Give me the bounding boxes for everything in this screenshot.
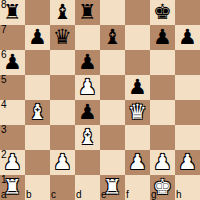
square-f2[interactable]: ♟: [125, 150, 150, 175]
chess-board: ♜8♝♜♚7♟♛♝♟♟♟6♟5♟♟4♝♟♛3♝♟2♟♟♟♟♜1abcd♜ef♚g…: [0, 0, 200, 200]
square-d2[interactable]: [75, 150, 100, 175]
square-h3[interactable]: [175, 125, 200, 150]
square-f5[interactable]: ♟: [125, 75, 150, 100]
square-e7[interactable]: ♝: [100, 25, 125, 50]
square-c1[interactable]: c: [50, 175, 75, 200]
square-c2[interactable]: ♟: [50, 150, 75, 175]
square-g4[interactable]: [150, 100, 175, 125]
black-pawn-piece: ♟: [75, 100, 100, 125]
white-pawn-piece: ♟: [175, 150, 200, 175]
square-f6[interactable]: [125, 50, 150, 75]
white-bishop-piece: ♝: [25, 100, 50, 125]
rank-label-5: 5: [1, 75, 7, 85]
rank-label-2: 2: [1, 150, 7, 160]
white-pawn-piece: ♟: [125, 150, 150, 175]
black-rook-piece: ♜: [75, 0, 100, 25]
square-h6[interactable]: [175, 50, 200, 75]
black-bishop-piece: ♝: [100, 25, 125, 50]
black-pawn-piece: ♟: [150, 25, 175, 50]
square-b5[interactable]: [25, 75, 50, 100]
square-h1[interactable]: h: [175, 175, 200, 200]
square-g6[interactable]: [150, 50, 175, 75]
square-a5[interactable]: 5: [0, 75, 25, 100]
black-queen-piece: ♛: [50, 25, 75, 50]
square-h2[interactable]: ♟: [175, 150, 200, 175]
white-king-piece: ♚: [150, 175, 175, 200]
square-d5[interactable]: ♟: [75, 75, 100, 100]
square-f1[interactable]: f: [125, 175, 150, 200]
square-a6[interactable]: ♟6: [0, 50, 25, 75]
white-pawn-piece: ♟: [0, 150, 25, 175]
square-e3[interactable]: [100, 125, 125, 150]
square-f8[interactable]: [125, 0, 150, 25]
black-pawn-piece: ♟: [75, 50, 100, 75]
square-d8[interactable]: ♜: [75, 0, 100, 25]
square-d6[interactable]: ♟: [75, 50, 100, 75]
square-a4[interactable]: 4: [0, 100, 25, 125]
square-a2[interactable]: ♟2: [0, 150, 25, 175]
file-label-a: a: [1, 190, 7, 200]
black-king-piece: ♚: [150, 0, 175, 25]
square-c6[interactable]: [50, 50, 75, 75]
file-label-b: b: [26, 190, 32, 200]
square-b3[interactable]: [25, 125, 50, 150]
square-g5[interactable]: [150, 75, 175, 100]
file-label-f: f: [126, 190, 129, 200]
rank-label-7: 7: [1, 25, 7, 35]
square-g1[interactable]: ♚g: [150, 175, 175, 200]
square-a3[interactable]: 3: [0, 125, 25, 150]
square-d1[interactable]: d: [75, 175, 100, 200]
black-bishop-piece: ♝: [50, 0, 75, 25]
square-c3[interactable]: [50, 125, 75, 150]
square-c8[interactable]: ♝: [50, 0, 75, 25]
square-c7[interactable]: ♛: [50, 25, 75, 50]
rank-label-8: 8: [1, 0, 7, 10]
square-d3[interactable]: ♝: [75, 125, 100, 150]
square-b8[interactable]: [25, 0, 50, 25]
square-f3[interactable]: [125, 125, 150, 150]
square-b4[interactable]: ♝: [25, 100, 50, 125]
white-rook-piece: ♜: [100, 175, 125, 200]
file-label-e: e: [101, 190, 107, 200]
square-b6[interactable]: [25, 50, 50, 75]
square-a7[interactable]: 7: [0, 25, 25, 50]
square-e4[interactable]: [100, 100, 125, 125]
square-b2[interactable]: [25, 150, 50, 175]
white-bishop-piece: ♝: [75, 125, 100, 150]
square-g7[interactable]: ♟: [150, 25, 175, 50]
square-h5[interactable]: [175, 75, 200, 100]
square-c5[interactable]: [50, 75, 75, 100]
square-b1[interactable]: b: [25, 175, 50, 200]
square-e1[interactable]: ♜e: [100, 175, 125, 200]
square-h7[interactable]: ♟: [175, 25, 200, 50]
square-e6[interactable]: [100, 50, 125, 75]
white-pawn-piece: ♟: [75, 75, 100, 100]
square-h4[interactable]: [175, 100, 200, 125]
square-b7[interactable]: ♟: [25, 25, 50, 50]
file-label-d: d: [76, 190, 82, 200]
rank-label-6: 6: [1, 50, 7, 60]
black-pawn-piece: ♟: [25, 25, 50, 50]
file-label-h: h: [176, 190, 182, 200]
square-f4[interactable]: ♛: [125, 100, 150, 125]
white-queen-piece: ♛: [125, 100, 150, 125]
rank-label-4: 4: [1, 100, 7, 110]
black-rook-piece: ♜: [0, 0, 25, 25]
square-g3[interactable]: [150, 125, 175, 150]
square-d7[interactable]: [75, 25, 100, 50]
square-a8[interactable]: ♜8: [0, 0, 25, 25]
black-pawn-piece: ♟: [175, 25, 200, 50]
file-label-g: g: [151, 190, 157, 200]
square-d4[interactable]: ♟: [75, 100, 100, 125]
rank-label-3: 3: [1, 125, 7, 135]
square-e5[interactable]: [100, 75, 125, 100]
square-c4[interactable]: [50, 100, 75, 125]
square-e8[interactable]: [100, 0, 125, 25]
black-pawn-piece: ♟: [0, 50, 25, 75]
square-h8[interactable]: [175, 0, 200, 25]
square-g2[interactable]: ♟: [150, 150, 175, 175]
white-pawn-piece: ♟: [50, 150, 75, 175]
white-pawn-piece: ♟: [150, 150, 175, 175]
square-f7[interactable]: [125, 25, 150, 50]
file-label-c: c: [51, 190, 56, 200]
square-e2[interactable]: [100, 150, 125, 175]
square-g8[interactable]: ♚: [150, 0, 175, 25]
white-rook-piece: ♜: [0, 175, 25, 200]
black-pawn-piece: ♟: [125, 75, 150, 100]
square-a1[interactable]: ♜1a: [0, 175, 25, 200]
rank-label-1: 1: [1, 175, 7, 185]
